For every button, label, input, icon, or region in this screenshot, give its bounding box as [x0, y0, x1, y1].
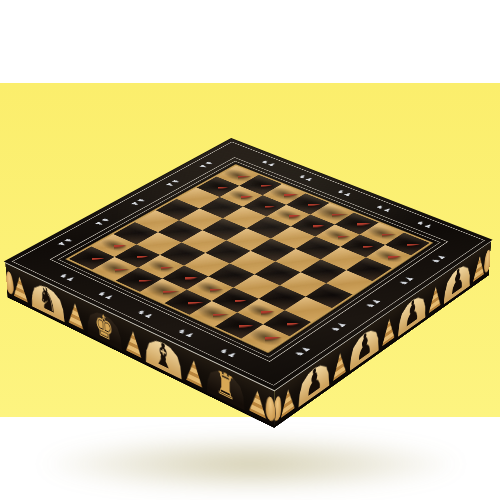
- frame-figurine-mark: ♞♟: [135, 309, 156, 320]
- frame-figurine-mark: ♞♟: [175, 328, 196, 339]
- apron-notched-pyramid: [183, 350, 204, 390]
- frame-figurine-mark: ♞♟: [364, 297, 383, 308]
- apron-arch: ♟: [349, 322, 379, 370]
- apron-arch: ♞: [30, 279, 64, 322]
- apron-piece-silhouette: ♝: [152, 335, 173, 376]
- apron-notched-pyramid: [65, 294, 85, 332]
- white-rook-glyph: ♜: [243, 257, 287, 334]
- apron-notched-pyramid: [427, 277, 443, 316]
- apron-arch: ♝: [144, 334, 181, 379]
- apron-notched-pyramid: [279, 378, 297, 421]
- page-background: ♞♟♞♟♞♟♞♟♞♟ ♞♟♞♟♞♟♞♟♞♟ ♞♟♞♟♞♟♞♟♞♟ ♞♟♞♟♞♟♞…: [0, 0, 500, 500]
- apron-piece-silhouette: ♚: [93, 307, 113, 347]
- apron-arch: ♟: [298, 357, 329, 407]
- chess-set-scene: ♞♟♞♟♞♟♞♟♞♟ ♞♟♞♟♞♟♞♟♞♟ ♞♟♞♟♞♟♞♟♞♟ ♞♟♞♟♞♟♞…: [0, 0, 500, 500]
- apron-arch: ♚: [86, 306, 121, 350]
- apron-piece-silhouette: ♞: [37, 280, 57, 319]
- apron-notched-pyramid: [246, 380, 267, 421]
- frame-figurine-mark: ♞♟: [95, 290, 115, 300]
- apron-piece-silhouette: ♟: [305, 359, 323, 403]
- apron-piece-silhouette: ♟: [404, 291, 421, 332]
- frame-figurine-mark: ♞♟: [217, 347, 238, 358]
- frame-figurine-mark: ♞♟: [329, 321, 348, 332]
- apron-arch: ♟: [443, 259, 471, 304]
- apron-arch: ♟: [397, 290, 426, 336]
- apron-piece-silhouette: ♟: [449, 260, 465, 300]
- apron-notched-pyramid: [123, 321, 143, 360]
- frame-figurine-mark: ♞♟: [397, 275, 415, 286]
- apron-notched-pyramid: [331, 342, 348, 383]
- frame-figurine-mark: ♞♟: [430, 253, 448, 263]
- apron-notched-pyramid: [380, 309, 397, 349]
- apron-piece-silhouette: ♟: [356, 324, 373, 367]
- frame-figurine-mark: ♞♟: [293, 345, 313, 357]
- black-pawn-glyph: ♟: [370, 191, 406, 254]
- apron-piece-silhouette: ♜: [214, 364, 235, 406]
- frame-figurine-mark: ♞♟: [57, 272, 77, 282]
- apron-arch: ♜: [206, 363, 244, 409]
- chess-board: ♞♟♞♟♞♟♞♟♞♟ ♞♟♞♟♞♟♞♟♞♟ ♞♟♞♟♞♟♞♟♞♟ ♞♟♞♟♞♟♞…: [5, 138, 491, 389]
- board-top-surface: ♞♟♞♟♞♟♞♟♞♟ ♞♟♞♟♞♟♞♟♞♟ ♞♟♞♟♞♟♞♟♞♟ ♞♟♞♟♞♟♞…: [5, 138, 491, 389]
